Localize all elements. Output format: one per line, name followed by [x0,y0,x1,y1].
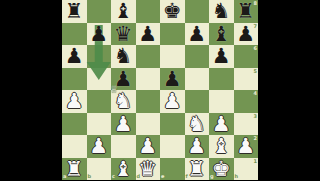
white-pawn[interactable]: ♟ [136,135,161,158]
square-c5[interactable]: ♟ [111,68,136,91]
square-a7[interactable] [62,23,87,46]
file-label-f: f [186,174,188,179]
square-g7[interactable]: ♝ [209,23,234,46]
black-queen[interactable]: ♛ [111,23,136,46]
square-h5[interactable]: 5 [234,68,259,91]
square-h7[interactable]: ♟7 [234,23,259,46]
black-pawn[interactable]: ♟ [87,23,112,46]
square-e6[interactable] [160,45,185,68]
square-a6[interactable]: ♟ [62,45,87,68]
square-c2[interactable] [111,135,136,158]
square-h1[interactable]: 1h [234,158,259,181]
file-label-a: a [63,174,66,179]
rank-label-2: 2 [254,136,257,141]
rank-label-3: 3 [254,114,257,119]
square-d6[interactable] [136,45,161,68]
square-f8[interactable] [185,0,210,23]
square-h6[interactable]: 6 [234,45,259,68]
square-h8[interactable]: ♜8 [234,0,259,23]
black-king[interactable]: ♚ [160,0,185,23]
black-bishop[interactable]: ♝ [209,23,234,46]
square-a8[interactable]: ♜ [62,0,87,23]
square-e8[interactable]: ♚ [160,0,185,23]
square-c1[interactable]: ♝c [111,158,136,181]
square-f6[interactable] [185,45,210,68]
square-f5[interactable] [185,68,210,91]
square-a4[interactable]: ♟ [62,90,87,113]
black-pawn[interactable]: ♟ [209,45,234,68]
square-d8[interactable] [136,0,161,23]
black-pawn[interactable]: ♟ [111,68,136,91]
square-c4[interactable]: ♞ [111,90,136,113]
square-c7[interactable]: ♛ [111,23,136,46]
square-h4[interactable]: 4 [234,90,259,113]
square-h2[interactable]: ♟2 [234,135,259,158]
file-label-c: c [112,174,115,179]
black-knight[interactable]: ♞ [111,45,136,68]
black-rook[interactable]: ♜ [62,0,87,23]
square-b2[interactable]: ♟ [87,135,112,158]
square-f3[interactable]: ♞ [185,113,210,136]
square-a3[interactable] [62,113,87,136]
black-pawn[interactable]: ♟ [160,68,185,91]
rank-label-6: 6 [254,46,257,51]
square-b3[interactable] [87,113,112,136]
screenshot: ♕ ♜♝♚♞♜8♟♛♟♟♝♟7♟♞♟6♟♟5♟♞♟4♟♞♟3♟♟♟♝♟2♜ab♝… [0,0,320,180]
rank-label-5: 5 [254,69,257,74]
chess-board[interactable]: ♕ ♜♝♚♞♜8♟♛♟♟♝♟7♟♞♟6♟♟5♟♞♟4♟♞♟3♟♟♟♝♟2♜ab♝… [62,0,258,180]
black-knight[interactable]: ♞ [209,0,234,23]
square-d7[interactable]: ♟ [136,23,161,46]
square-g6[interactable]: ♟ [209,45,234,68]
square-d2[interactable]: ♟ [136,135,161,158]
square-c6[interactable]: ♞ [111,45,136,68]
rank-label-7: 7 [254,24,257,29]
black-pawn[interactable]: ♟ [136,23,161,46]
square-e1[interactable]: e [160,158,185,181]
square-d1[interactable]: ♛d [136,158,161,181]
file-label-g: g [210,174,214,179]
square-f4[interactable] [185,90,210,113]
rank-label-4: 4 [254,91,257,96]
square-b7[interactable]: ♟ [87,23,112,46]
square-a1[interactable]: ♜a [62,158,87,181]
file-label-e: e [161,174,164,179]
white-pawn[interactable]: ♟ [62,90,87,113]
file-label-b: b [88,174,92,179]
square-g5[interactable] [209,68,234,91]
square-g8[interactable]: ♞ [209,0,234,23]
square-g4[interactable] [209,90,234,113]
square-c3[interactable]: ♟ [111,113,136,136]
square-b5[interactable] [87,68,112,91]
white-knight[interactable]: ♞ [111,90,136,113]
square-a2[interactable] [62,135,87,158]
square-e5[interactable]: ♟ [160,68,185,91]
file-label-h: h [235,174,239,179]
rank-label-8: 8 [254,1,257,6]
white-knight[interactable]: ♞ [185,113,210,136]
square-f7[interactable]: ♟ [185,23,210,46]
square-h3[interactable]: 3 [234,113,259,136]
file-label-d: d [137,174,141,179]
square-a5[interactable] [62,68,87,91]
square-b8[interactable] [87,0,112,23]
square-e3[interactable] [160,113,185,136]
white-pawn[interactable]: ♟ [111,113,136,136]
square-b6[interactable] [87,45,112,68]
black-pawn[interactable]: ♟ [185,23,210,46]
square-g2[interactable]: ♝ [209,135,234,158]
square-e2[interactable] [160,135,185,158]
white-rook[interactable]: ♜ [185,158,210,181]
square-b4[interactable] [87,90,112,113]
black-bishop[interactable]: ♝ [111,0,136,23]
black-pawn[interactable]: ♟ [62,45,87,68]
square-d5[interactable] [136,68,161,91]
square-f1[interactable]: ♜f [185,158,210,181]
white-pawn[interactable]: ♟ [160,90,185,113]
square-g3[interactable]: ♟ [209,113,234,136]
square-d3[interactable] [136,113,161,136]
white-pawn[interactable]: ♟ [185,135,210,158]
white-bishop[interactable]: ♝ [209,135,234,158]
square-e4[interactable]: ♟ [160,90,185,113]
rank-label-1: 1 [254,159,257,164]
white-pawn[interactable]: ♟ [87,135,112,158]
square-d4[interactable] [136,90,161,113]
square-f2[interactable]: ♟ [185,135,210,158]
square-b1[interactable]: b [87,158,112,181]
square-c8[interactable]: ♝ [111,0,136,23]
white-pawn[interactable]: ♟ [209,113,234,136]
square-g1[interactable]: ♚g [209,158,234,181]
square-e7[interactable] [160,23,185,46]
